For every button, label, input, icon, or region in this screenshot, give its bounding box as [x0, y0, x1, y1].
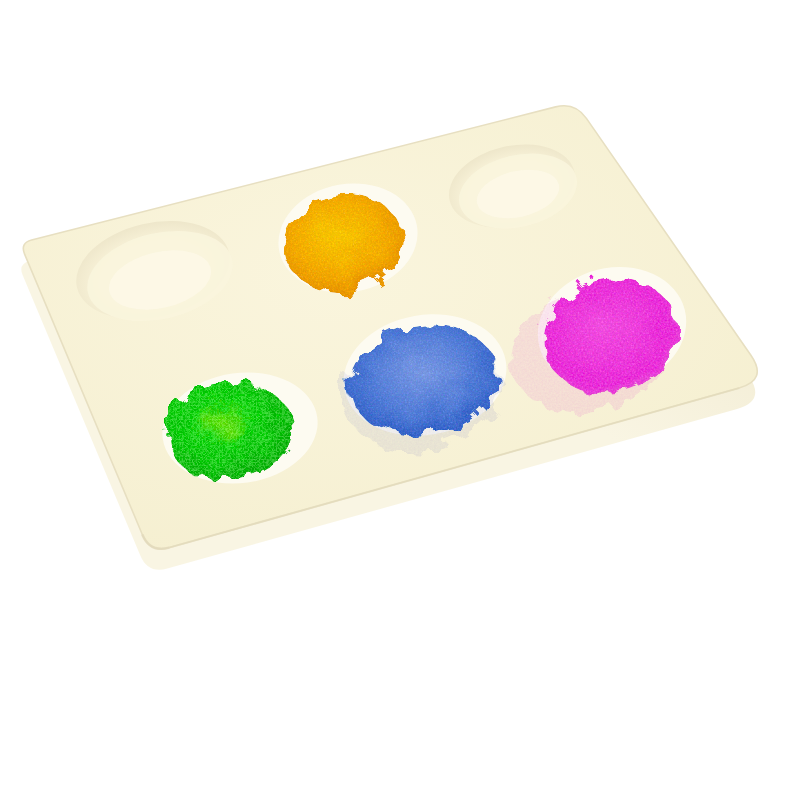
palette-photo	[0, 0, 800, 800]
photo-canvas	[0, 0, 800, 800]
